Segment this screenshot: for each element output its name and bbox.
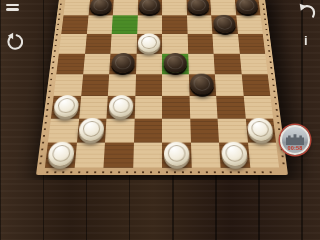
square-r1c3[interactable] — [137, 15, 162, 34]
white-piece[interactable] — [78, 118, 104, 141]
white-piece[interactable] — [108, 95, 133, 117]
square-r0c3[interactable] — [137, 0, 162, 15]
square-r6c0[interactable] — [48, 119, 79, 143]
square-r0c4[interactable] — [162, 0, 187, 15]
info-icon: i — [304, 33, 308, 48]
square-r2c6[interactable] — [212, 34, 239, 54]
square-r5c6[interactable] — [216, 96, 245, 119]
square-r3c1[interactable] — [83, 54, 111, 75]
square-r7c0[interactable] — [45, 143, 77, 168]
square-r5c4[interactable] — [162, 96, 190, 119]
square-r6c7[interactable] — [245, 119, 276, 143]
square-r1c6[interactable] — [211, 15, 237, 34]
square-r0c6[interactable] — [210, 0, 236, 15]
board-grid — [45, 0, 279, 168]
black-piece[interactable] — [187, 0, 209, 14]
board-frame — [36, 0, 288, 175]
square-r3c5[interactable] — [188, 54, 215, 75]
white-piece[interactable] — [247, 118, 274, 141]
white-piece[interactable] — [47, 142, 75, 166]
square-r7c4[interactable] — [162, 143, 191, 168]
square-r7c1[interactable] — [74, 143, 105, 168]
square-r4c1[interactable] — [81, 74, 109, 96]
black-piece[interactable] — [139, 0, 161, 14]
square-r6c6[interactable] — [218, 119, 248, 143]
square-r4c6[interactable] — [215, 74, 243, 96]
square-r4c2[interactable] — [108, 74, 136, 96]
square-r3c0[interactable] — [56, 54, 84, 75]
black-piece[interactable] — [190, 74, 214, 95]
square-r0c0[interactable] — [64, 0, 90, 15]
square-r4c7[interactable] — [241, 74, 270, 96]
square-r7c3[interactable] — [133, 143, 162, 168]
black-piece[interactable] — [164, 53, 187, 73]
avatar-photo — [286, 134, 304, 145]
black-piece[interactable] — [213, 15, 236, 33]
undo-icon — [297, 2, 316, 19]
info-button[interactable]: i — [304, 33, 308, 48]
square-r1c0[interactable] — [61, 15, 88, 34]
square-r2c2[interactable] — [110, 34, 136, 54]
square-r3c2[interactable] — [109, 54, 136, 75]
square-r0c1[interactable] — [88, 0, 114, 15]
white-piece[interactable] — [138, 33, 161, 52]
square-r3c6[interactable] — [214, 54, 242, 75]
square-r3c3[interactable] — [136, 54, 162, 75]
undo-button[interactable] — [297, 2, 316, 19]
square-r2c4[interactable] — [162, 34, 188, 54]
square-r5c1[interactable] — [79, 96, 108, 119]
move-timer: 00:58 — [282, 145, 308, 151]
square-r6c1[interactable] — [76, 119, 106, 143]
square-r2c5[interactable] — [187, 34, 213, 54]
square-r5c2[interactable] — [106, 96, 134, 119]
square-r2c1[interactable] — [85, 34, 112, 54]
square-r4c4[interactable] — [162, 74, 189, 96]
square-r2c7[interactable] — [238, 34, 266, 54]
square-r1c2[interactable] — [112, 15, 138, 34]
square-r6c3[interactable] — [133, 119, 162, 143]
square-r2c0[interactable] — [59, 34, 87, 54]
square-r7c7[interactable] — [248, 143, 280, 168]
square-r1c4[interactable] — [162, 15, 187, 34]
square-r6c4[interactable] — [162, 119, 191, 143]
square-r5c3[interactable] — [134, 96, 162, 119]
square-r4c0[interactable] — [54, 74, 83, 96]
square-r7c2[interactable] — [103, 143, 133, 168]
square-r1c7[interactable] — [236, 15, 263, 34]
square-r5c7[interactable] — [243, 96, 273, 119]
menu-button[interactable] — [6, 4, 19, 11]
white-piece[interactable] — [53, 95, 79, 117]
square-r0c5[interactable] — [186, 0, 211, 15]
restart-button[interactable] — [4, 32, 23, 52]
square-r2c3[interactable] — [136, 34, 162, 54]
square-r4c3[interactable] — [135, 74, 162, 96]
checkers-board — [36, 0, 288, 175]
square-r1c1[interactable] — [86, 15, 112, 34]
square-r1c5[interactable] — [187, 15, 213, 34]
square-r5c5[interactable] — [189, 96, 217, 119]
square-r0c2[interactable] — [113, 0, 138, 15]
black-piece[interactable] — [111, 53, 135, 73]
square-r6c2[interactable] — [105, 119, 134, 143]
black-piece[interactable] — [90, 0, 113, 14]
black-piece[interactable] — [236, 0, 259, 14]
square-r0c7[interactable] — [234, 0, 260, 15]
white-piece[interactable] — [164, 142, 190, 166]
square-r3c4[interactable] — [162, 54, 188, 75]
restart-icon — [4, 32, 23, 52]
square-r7c5[interactable] — [191, 143, 221, 168]
white-piece[interactable] — [221, 142, 248, 166]
player-badge[interactable]: 00:58 — [280, 125, 310, 155]
square-r6c5[interactable] — [190, 119, 219, 143]
square-r3c7[interactable] — [239, 54, 267, 75]
frame-ticks-bottom — [46, 171, 278, 173]
square-r4c5[interactable] — [188, 74, 216, 96]
square-r5c0[interactable] — [51, 96, 81, 119]
square-r7c6[interactable] — [219, 143, 250, 168]
